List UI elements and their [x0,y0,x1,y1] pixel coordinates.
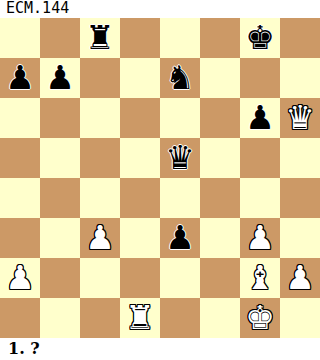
square-e7[interactable]: ♞ [160,58,200,98]
square-a7[interactable]: ♟ [0,58,40,98]
square-h8[interactable] [280,18,320,58]
square-e2[interactable] [160,258,200,298]
square-a8[interactable] [0,18,40,58]
piece-black-pawn: ♟ [5,58,35,98]
piece-black-pawn: ♟ [45,58,75,98]
square-d3[interactable] [120,218,160,258]
square-e5[interactable]: ♛ [160,138,200,178]
square-d6[interactable] [120,98,160,138]
piece-black-rook: ♜ [85,18,115,58]
piece-white-queen: ♛ [285,98,315,138]
square-g4[interactable] [240,178,280,218]
square-h3[interactable] [280,218,320,258]
square-h5[interactable] [280,138,320,178]
piece-white-pawn: ♟ [245,218,275,258]
square-b4[interactable] [40,178,80,218]
piece-black-pawn: ♟ [165,218,195,258]
square-h4[interactable] [280,178,320,218]
square-h6[interactable]: ♛ [280,98,320,138]
square-h1[interactable] [280,298,320,338]
square-f4[interactable] [200,178,240,218]
square-c3[interactable]: ♟ [80,218,120,258]
square-c6[interactable] [80,98,120,138]
square-c5[interactable] [80,138,120,178]
move-prompt: 1. ? [8,338,40,360]
square-a5[interactable] [0,138,40,178]
square-b6[interactable] [40,98,80,138]
square-d7[interactable] [120,58,160,98]
square-h7[interactable] [280,58,320,98]
square-c2[interactable] [80,258,120,298]
square-c8[interactable]: ♜ [80,18,120,58]
square-c4[interactable] [80,178,120,218]
square-c1[interactable] [80,298,120,338]
square-g3[interactable]: ♟ [240,218,280,258]
square-a3[interactable] [0,218,40,258]
square-a2[interactable]: ♟ [0,258,40,298]
square-e3[interactable]: ♟ [160,218,200,258]
square-h2[interactable]: ♟ [280,258,320,298]
square-g1[interactable]: ♚ [240,298,280,338]
square-g5[interactable] [240,138,280,178]
piece-white-rook: ♜ [125,298,155,338]
square-b3[interactable] [40,218,80,258]
chessboard: ♜♚♟♟♞♟♛♛♟♟♟♟♝♟♜♚ [0,18,320,338]
piece-black-knight: ♞ [165,58,195,98]
square-g6[interactable]: ♟ [240,98,280,138]
square-d2[interactable] [120,258,160,298]
square-b8[interactable] [40,18,80,58]
square-a4[interactable] [0,178,40,218]
square-g8[interactable]: ♚ [240,18,280,58]
square-b1[interactable] [40,298,80,338]
square-e6[interactable] [160,98,200,138]
square-b7[interactable]: ♟ [40,58,80,98]
square-c7[interactable] [80,58,120,98]
square-g2[interactable]: ♝ [240,258,280,298]
square-f3[interactable] [200,218,240,258]
square-g7[interactable] [240,58,280,98]
diagram-label: ECM.144 [6,0,69,18]
square-f2[interactable] [200,258,240,298]
square-d5[interactable] [120,138,160,178]
square-b5[interactable] [40,138,80,178]
piece-black-king: ♚ [245,18,275,58]
chess-diagram-window: ECM.144 ♜♚♟♟♞♟♛♛♟♟♟♟♝♟♜♚ 1. ? [0,0,320,360]
piece-white-pawn: ♟ [85,218,115,258]
square-d1[interactable]: ♜ [120,298,160,338]
square-d4[interactable] [120,178,160,218]
square-f7[interactable] [200,58,240,98]
square-d8[interactable] [120,18,160,58]
piece-black-pawn: ♟ [245,98,275,138]
square-e4[interactable] [160,178,200,218]
piece-white-bishop: ♝ [245,258,275,298]
square-f5[interactable] [200,138,240,178]
piece-black-queen: ♛ [165,138,195,178]
piece-white-king: ♚ [245,298,275,338]
square-f8[interactable] [200,18,240,58]
square-f6[interactable] [200,98,240,138]
piece-white-pawn: ♟ [285,258,315,298]
square-f1[interactable] [200,298,240,338]
square-a6[interactable] [0,98,40,138]
square-a1[interactable] [0,298,40,338]
square-e8[interactable] [160,18,200,58]
piece-white-pawn: ♟ [5,258,35,298]
square-e1[interactable] [160,298,200,338]
square-b2[interactable] [40,258,80,298]
